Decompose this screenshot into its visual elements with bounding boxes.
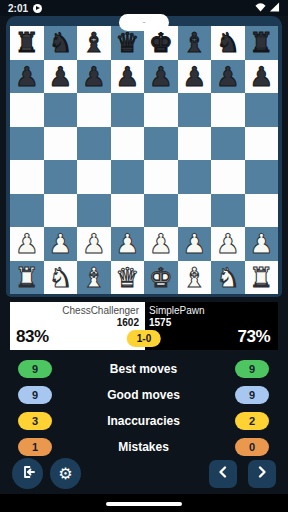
square-b7[interactable]: ♟	[44, 60, 78, 94]
square-g5[interactable]	[211, 127, 245, 161]
square-c4[interactable]	[77, 160, 111, 194]
black-mistakes-count: 0	[235, 438, 269, 456]
square-b3[interactable]	[44, 194, 78, 228]
square-b5[interactable]	[44, 127, 78, 161]
wifi-icon	[255, 2, 266, 14]
square-c6[interactable]	[77, 93, 111, 127]
square-g7[interactable]: ♟	[211, 60, 245, 94]
square-d7[interactable]: ♟	[111, 60, 145, 94]
square-f8[interactable]: ♝	[178, 26, 212, 60]
square-g8[interactable]: ♞	[211, 26, 245, 60]
square-a1[interactable]: ♜	[10, 261, 44, 295]
square-f2[interactable]: ♟	[178, 227, 212, 261]
black-rook: ♜	[249, 29, 273, 56]
white-pawn: ♟	[48, 230, 72, 257]
square-d6[interactable]	[111, 93, 145, 127]
square-h4[interactable]	[245, 160, 279, 194]
stat-row-inaccuracies: 3 Inaccuracies 2	[10, 412, 278, 430]
square-c3[interactable]	[77, 194, 111, 228]
black-bishop: ♝	[182, 29, 206, 56]
white-pawn: ♟	[216, 230, 240, 257]
square-e6[interactable]	[144, 93, 178, 127]
chevron-left-icon	[215, 464, 231, 484]
black-rook: ♜	[15, 29, 39, 56]
exit-button[interactable]	[12, 458, 43, 489]
square-e2[interactable]: ♟	[144, 227, 178, 261]
black-pawn: ♟	[216, 63, 240, 90]
square-f3[interactable]	[178, 194, 212, 228]
square-g6[interactable]	[211, 93, 245, 127]
black-bishop: ♝	[82, 29, 106, 56]
black-accuracy: 73%	[237, 327, 270, 347]
drag-handle[interactable]: -	[119, 14, 169, 31]
white-mistakes-count: 1	[18, 438, 52, 456]
good-moves-label: Good moves	[52, 388, 235, 402]
square-e3[interactable]	[144, 194, 178, 228]
square-d1[interactable]: ♛	[111, 261, 145, 295]
square-g4[interactable]	[211, 160, 245, 194]
black-pawn: ♟	[149, 63, 173, 90]
white-pawn: ♟	[82, 230, 106, 257]
stat-row-best-moves: 9 Best moves 9	[10, 360, 278, 378]
square-a6[interactable]	[10, 93, 44, 127]
black-pawn: ♟	[249, 63, 273, 90]
black-pawn: ♟	[48, 63, 72, 90]
bottom-toolbar: ⚙	[12, 458, 276, 489]
square-f7[interactable]: ♟	[178, 60, 212, 94]
previous-move-button[interactable]	[209, 460, 237, 488]
black-queen: ♛	[115, 29, 139, 56]
square-b8[interactable]: ♞	[44, 26, 78, 60]
square-f5[interactable]	[178, 127, 212, 161]
white-rook: ♜	[15, 264, 39, 291]
square-g3[interactable]	[211, 194, 245, 228]
stat-row-mistakes: 1 Mistakes 0	[10, 438, 278, 456]
white-good-moves-count: 9	[18, 386, 52, 404]
square-a8[interactable]: ♜	[10, 26, 44, 60]
square-g1[interactable]: ♞	[211, 261, 245, 295]
square-c5[interactable]	[77, 127, 111, 161]
screen-record-icon	[33, 4, 42, 13]
square-e7[interactable]: ♟	[144, 60, 178, 94]
square-e8[interactable]: ♚	[144, 26, 178, 60]
square-c2[interactable]: ♟	[77, 227, 111, 261]
square-d8[interactable]: ♛	[111, 26, 145, 60]
square-c7[interactable]: ♟	[77, 60, 111, 94]
black-pawn: ♟	[82, 63, 106, 90]
square-a5[interactable]	[10, 127, 44, 161]
white-pawn: ♟	[115, 230, 139, 257]
inaccuracies-label: Inaccuracies	[52, 414, 235, 428]
square-h7[interactable]: ♟	[245, 60, 279, 94]
square-a3[interactable]	[10, 194, 44, 228]
square-f1[interactable]: ♝	[178, 261, 212, 295]
white-knight: ♞	[216, 264, 240, 291]
white-pawn: ♟	[149, 230, 173, 257]
square-h2[interactable]: ♟	[245, 227, 279, 261]
square-h8[interactable]: ♜	[245, 26, 279, 60]
cellular-signal-icon	[269, 2, 280, 14]
white-pawn: ♟	[15, 230, 39, 257]
square-h6[interactable]	[245, 93, 279, 127]
white-pawn: ♟	[249, 230, 273, 257]
black-player-panel: SimplePawn 1575 73%	[145, 302, 278, 350]
gesture-bar[interactable]	[106, 502, 182, 506]
white-king: ♚	[149, 264, 173, 291]
square-b2[interactable]: ♟	[44, 227, 78, 261]
white-player-name: ChessChallenger	[16, 305, 139, 317]
white-best-moves-count: 9	[18, 360, 52, 378]
white-accuracy: 83%	[16, 327, 49, 347]
square-d5[interactable]	[111, 127, 145, 161]
black-knight: ♞	[48, 29, 72, 56]
square-d3[interactable]	[111, 194, 145, 228]
result-panel: ChessChallenger 1602 83% SimplePawn 1575…	[10, 302, 278, 350]
square-e4[interactable]	[144, 160, 178, 194]
black-best-moves-count: 9	[235, 360, 269, 378]
square-e5[interactable]	[144, 127, 178, 161]
square-f6[interactable]	[178, 93, 212, 127]
black-king: ♚	[149, 29, 173, 56]
chess-board[interactable]: ♜♞♝♛♚♝♞♜♟♟♟♟♟♟♟♟♟♟♟♟♟♟♟♟♜♞♝♛♚♝♞♜	[10, 26, 278, 294]
square-b4[interactable]	[44, 160, 78, 194]
white-inaccuracies-count: 3	[18, 412, 52, 430]
next-move-button[interactable]	[248, 460, 276, 488]
black-inaccuracies-count: 2	[235, 412, 269, 430]
settings-button[interactable]: ⚙	[50, 458, 81, 489]
black-pawn: ♟	[182, 63, 206, 90]
black-good-moves-count: 9	[235, 386, 269, 404]
result-badge: 1-0	[127, 330, 161, 347]
gear-icon: ⚙	[58, 466, 72, 482]
square-d4[interactable]	[111, 160, 145, 194]
square-c1[interactable]: ♝	[77, 261, 111, 295]
white-bishop: ♝	[182, 264, 206, 291]
square-b1[interactable]: ♞	[44, 261, 78, 295]
square-h3[interactable]	[245, 194, 279, 228]
white-queen: ♛	[115, 264, 139, 291]
exit-icon	[20, 464, 36, 484]
drag-handle-dash: -	[143, 18, 146, 27]
square-c8[interactable]: ♝	[77, 26, 111, 60]
status-time: 2:01	[8, 3, 28, 14]
white-pawn: ♟	[182, 230, 206, 257]
board-frame: - ♜♞♝♛♚♝♞♜♟♟♟♟♟♟♟♟♟♟♟♟♟♟♟♟♜♞♝♛♚♝♞♜	[6, 16, 282, 297]
black-player-name: SimplePawn	[149, 305, 272, 317]
black-knight: ♞	[216, 29, 240, 56]
system-nav-area	[0, 494, 288, 512]
square-h5[interactable]	[245, 127, 279, 161]
white-player-panel: ChessChallenger 1602 83%	[10, 302, 145, 350]
best-moves-label: Best moves	[52, 362, 235, 376]
square-h1[interactable]: ♜	[245, 261, 279, 295]
square-e1[interactable]: ♚	[144, 261, 178, 295]
white-bishop: ♝	[82, 264, 106, 291]
square-f4[interactable]	[178, 160, 212, 194]
square-a7[interactable]: ♟	[10, 60, 44, 94]
black-pawn: ♟	[115, 63, 139, 90]
black-pawn: ♟	[15, 63, 39, 90]
mistakes-label: Mistakes	[52, 440, 235, 454]
move-quality-stats: 9 Best moves 9 9 Good moves 9 3 Inaccura…	[10, 360, 278, 456]
white-knight: ♞	[48, 264, 72, 291]
stat-row-good-moves: 9 Good moves 9	[10, 386, 278, 404]
white-rook: ♜	[249, 264, 273, 291]
chevron-right-icon	[254, 464, 270, 484]
square-b6[interactable]	[44, 93, 78, 127]
square-g2[interactable]: ♟	[211, 227, 245, 261]
square-a2[interactable]: ♟	[10, 227, 44, 261]
square-d2[interactable]: ♟	[111, 227, 145, 261]
square-a4[interactable]	[10, 160, 44, 194]
